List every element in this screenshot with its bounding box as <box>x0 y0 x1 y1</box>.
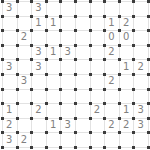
lattice-dot <box>132 0 135 3</box>
lattice-dot <box>103 58 106 61</box>
empty-cell-r6c2[interactable] <box>31 89 46 104</box>
lattice-dot <box>89 15 92 18</box>
lattice-dot <box>59 58 62 61</box>
empty-cell-r9c6[interactable] <box>90 132 105 147</box>
clue-digit: 1 <box>123 105 129 115</box>
clue-cell-r8c3[interactable]: 1 <box>46 118 61 133</box>
empty-cell-r2c4[interactable] <box>60 30 75 45</box>
clue-digit: 1 <box>108 18 114 28</box>
empty-cell-r6c6[interactable] <box>90 89 105 104</box>
clue-cell-r3c4[interactable]: 3 <box>60 45 75 60</box>
clue-cell-r1c7[interactable]: 1 <box>104 16 119 31</box>
empty-cell-r0c3[interactable] <box>46 1 61 16</box>
lattice-dot <box>16 102 19 105</box>
lattice-dot <box>89 29 92 32</box>
empty-cell-r5c9[interactable] <box>133 74 148 89</box>
clue-cell-r8c0[interactable]: 2 <box>2 118 17 133</box>
lattice-dot <box>30 29 33 32</box>
empty-cell-r9c2[interactable] <box>31 132 46 147</box>
clue-cell-r1c3[interactable]: 1 <box>46 16 61 31</box>
empty-cell-r5c0[interactable] <box>2 74 17 89</box>
lattice-dot <box>147 73 150 76</box>
clue-digit: 3 <box>65 120 71 130</box>
lattice-dot <box>16 0 19 3</box>
lattice-dot <box>103 131 106 134</box>
clue-digit: 0 <box>108 32 114 42</box>
clue-digit: 3 <box>35 47 41 57</box>
lattice-dot <box>132 73 135 76</box>
lattice-dot <box>89 117 92 120</box>
empty-cell-r9c4[interactable] <box>60 132 75 147</box>
lattice-dot <box>89 73 92 76</box>
lattice-dot <box>45 0 48 3</box>
clue-cell-r3c2[interactable]: 3 <box>31 45 46 60</box>
lattice-dot <box>16 146 19 149</box>
lattice-dot <box>74 88 77 91</box>
empty-cell-r7c7[interactable] <box>104 103 119 118</box>
clue-digit: 2 <box>108 47 114 57</box>
lattice-dot <box>103 117 106 120</box>
clue-cell-r5c7[interactable]: 2 <box>104 74 119 89</box>
lattice-dot <box>132 15 135 18</box>
empty-cell-r3c5[interactable] <box>75 45 90 60</box>
lattice-dot <box>118 44 121 47</box>
clue-cell-r4c9[interactable]: 2 <box>133 59 148 74</box>
lattice-dot <box>74 131 77 134</box>
empty-cell-r8c1[interactable] <box>17 118 32 133</box>
clue-cell-r3c3[interactable]: 1 <box>46 45 61 60</box>
lattice-dot <box>16 73 19 76</box>
lattice-dot <box>132 44 135 47</box>
empty-cell-r9c5[interactable] <box>75 132 90 147</box>
empty-cell-r6c1[interactable] <box>17 89 32 104</box>
lattice-dot <box>1 0 4 3</box>
lattice-dot <box>74 15 77 18</box>
empty-cell-r8c2[interactable] <box>31 118 46 133</box>
clue-cell-r2c7[interactable]: 0 <box>104 30 119 45</box>
empty-cell-r6c7[interactable] <box>104 89 119 104</box>
clue-digit: 1 <box>35 18 41 28</box>
clue-digit: 3 <box>35 62 41 72</box>
empty-cell-r1c5[interactable] <box>75 16 90 31</box>
clue-digit: 2 <box>6 120 12 130</box>
lattice-dot <box>103 88 106 91</box>
lattice-dot <box>30 102 33 105</box>
clue-cell-r9c1[interactable]: 2 <box>17 132 32 147</box>
empty-cell-r6c3[interactable] <box>46 89 61 104</box>
lattice-dot <box>59 131 62 134</box>
clue-digit: 3 <box>65 47 71 57</box>
lattice-dot <box>147 88 150 91</box>
empty-cell-r7c5[interactable] <box>75 103 90 118</box>
lattice-dot <box>74 73 77 76</box>
empty-cell-r0c7[interactable] <box>104 1 119 16</box>
empty-cell-r2c0[interactable] <box>2 30 17 45</box>
lattice-dot <box>147 58 150 61</box>
lattice-dot <box>103 29 106 32</box>
empty-cell-r6c9[interactable] <box>133 89 148 104</box>
lattice-dot <box>30 88 33 91</box>
lattice-dot <box>89 102 92 105</box>
empty-cell-r4c5[interactable] <box>75 59 90 74</box>
lattice-dot <box>1 88 4 91</box>
lattice-dot <box>1 15 4 18</box>
lattice-dot <box>30 131 33 134</box>
empty-cell-r7c1[interactable] <box>17 103 32 118</box>
lattice-dot <box>132 146 135 149</box>
clue-digit: 3 <box>138 105 144 115</box>
clue-digit: 1 <box>50 47 56 57</box>
lattice-dot <box>132 102 135 105</box>
clue-digit: 3 <box>35 3 41 13</box>
clue-cell-r4c8[interactable]: 1 <box>119 59 134 74</box>
lattice-dot <box>147 29 150 32</box>
lattice-dot <box>59 44 62 47</box>
empty-cell-r8c5[interactable] <box>75 118 90 133</box>
lattice-dot <box>45 44 48 47</box>
empty-cell-r3c6[interactable] <box>90 45 105 60</box>
clue-cell-r0c0[interactable]: 3 <box>2 1 17 16</box>
lattice-dot <box>89 0 92 3</box>
lattice-dot <box>30 58 33 61</box>
lattice-dot <box>16 44 19 47</box>
lattice-dot <box>118 0 121 3</box>
clue-cell-r1c8[interactable]: 2 <box>119 16 134 31</box>
empty-cell-r2c6[interactable] <box>90 30 105 45</box>
clue-digit: 1 <box>50 120 56 130</box>
lattice-dot <box>89 44 92 47</box>
empty-cell-r6c0[interactable] <box>2 89 17 104</box>
lattice-dot <box>103 0 106 3</box>
lattice-dot <box>45 73 48 76</box>
lattice-dot <box>132 117 135 120</box>
lattice-dot <box>118 102 121 105</box>
empty-cell-r3c9[interactable] <box>133 45 148 60</box>
lattice-dot <box>147 102 150 105</box>
clue-digit: 3 <box>6 62 12 72</box>
clue-cell-r9c0[interactable]: 3 <box>2 132 17 147</box>
lattice-dot <box>103 146 106 149</box>
lattice-dot <box>74 117 77 120</box>
lattice-dot <box>132 58 135 61</box>
empty-cell-r9c7[interactable] <box>104 132 119 147</box>
lattice-dot <box>103 73 106 76</box>
empty-cell-r5c2[interactable] <box>31 74 46 89</box>
clue-digit: 1 <box>123 62 129 72</box>
lattice-dot <box>16 29 19 32</box>
lattice-dot <box>132 88 135 91</box>
lattice-dot <box>147 15 150 18</box>
lattice-dot <box>118 58 121 61</box>
empty-cell-r5c6[interactable] <box>90 74 105 89</box>
lattice-dot <box>59 146 62 149</box>
clue-digit: 2 <box>21 135 27 145</box>
clue-digit: 2 <box>35 105 41 115</box>
lattice-dot <box>45 29 48 32</box>
lattice-dot <box>59 102 62 105</box>
clue-cell-r8c4[interactable]: 3 <box>60 118 75 133</box>
lattice-dot <box>147 44 150 47</box>
lattice-dot <box>16 88 19 91</box>
lattice-dot <box>59 88 62 91</box>
empty-cell-r9c3[interactable] <box>46 132 61 147</box>
lattice-dot <box>118 146 121 149</box>
empty-cell-r1c1[interactable] <box>17 16 32 31</box>
lattice-dot <box>132 131 135 134</box>
lattice-dot <box>30 73 33 76</box>
lattice-dot <box>1 131 4 134</box>
clue-digit: 2 <box>108 76 114 86</box>
lattice-dot <box>147 117 150 120</box>
empty-cell-r4c3[interactable] <box>46 59 61 74</box>
empty-cell-r6c8[interactable] <box>119 89 134 104</box>
empty-cell-r3c8[interactable] <box>119 45 134 60</box>
clue-cell-r8c9[interactable]: 3 <box>133 118 148 133</box>
clue-cell-r4c0[interactable]: 3 <box>2 59 17 74</box>
lattice-dot <box>16 15 19 18</box>
empty-cell-r7c3[interactable] <box>46 103 61 118</box>
lattice-dot <box>30 0 33 3</box>
empty-cell-r3c0[interactable] <box>2 45 17 60</box>
lattice-dot <box>16 131 19 134</box>
empty-cell-r0c5[interactable] <box>75 1 90 16</box>
lattice-dot <box>118 15 121 18</box>
empty-cell-r0c1[interactable] <box>17 1 32 16</box>
lattice-dot <box>30 117 33 120</box>
lattice-dot <box>118 117 121 120</box>
lattice-dot <box>147 131 150 134</box>
empty-cell-r3c1[interactable] <box>17 45 32 60</box>
lattice-dot <box>59 117 62 120</box>
lattice-dot <box>45 131 48 134</box>
lattice-dot <box>118 88 121 91</box>
lattice-dot <box>89 146 92 149</box>
clue-digit: 1 <box>50 18 56 28</box>
empty-cell-r2c9[interactable] <box>133 30 148 45</box>
lattice-dot <box>45 58 48 61</box>
clue-digit: 3 <box>138 120 144 130</box>
empty-cell-r9c8[interactable] <box>119 132 134 147</box>
lattice-dot <box>103 102 106 105</box>
lattice-dot <box>89 131 92 134</box>
clue-cell-r4c2[interactable]: 3 <box>31 59 46 74</box>
empty-cell-r8c6[interactable] <box>90 118 105 133</box>
clue-cell-r7c2[interactable]: 2 <box>31 103 46 118</box>
clue-digit: 3 <box>6 135 12 145</box>
clue-cell-r5c1[interactable]: 3 <box>17 74 32 89</box>
lattice-dot <box>118 131 121 134</box>
empty-cell-r0c4[interactable] <box>60 1 75 16</box>
empty-cell-r2c3[interactable] <box>46 30 61 45</box>
empty-cell-r2c5[interactable] <box>75 30 90 45</box>
clue-digit: 2 <box>108 120 114 130</box>
clue-cell-r1c2[interactable]: 1 <box>31 16 46 31</box>
empty-cell-r6c4[interactable] <box>60 89 75 104</box>
lattice-dot <box>74 0 77 3</box>
lattice-dot <box>45 102 48 105</box>
lattice-dot <box>59 73 62 76</box>
empty-cell-r1c9[interactable] <box>133 16 148 31</box>
clue-cell-r8c7[interactable]: 2 <box>104 118 119 133</box>
lattice-dot <box>118 73 121 76</box>
clue-cell-r3c7[interactable]: 2 <box>104 45 119 60</box>
lattice-dot <box>45 146 48 149</box>
empty-cell-r9c9[interactable] <box>133 132 148 147</box>
lattice-dot <box>59 15 62 18</box>
clue-digit: 2 <box>123 120 129 130</box>
lattice-dot <box>16 58 19 61</box>
clue-cell-r7c0[interactable]: 1 <box>2 103 17 118</box>
empty-cell-r4c6[interactable] <box>90 59 105 74</box>
empty-cell-r0c9[interactable] <box>133 1 148 16</box>
empty-cell-r2c2[interactable] <box>31 30 46 45</box>
empty-cell-r1c4[interactable] <box>60 16 75 31</box>
lattice-dot <box>74 44 77 47</box>
clue-cell-r8c8[interactable]: 2 <box>119 118 134 133</box>
lattice-dot <box>30 146 33 149</box>
clue-cell-r2c1[interactable]: 2 <box>17 30 32 45</box>
empty-cell-r5c3[interactable] <box>46 74 61 89</box>
lattice-dot <box>74 102 77 105</box>
slitherlink-board: 33111220031323312321221321322332 <box>2 1 149 148</box>
lattice-dot <box>89 58 92 61</box>
empty-cell-r1c6[interactable] <box>90 16 105 31</box>
lattice-dot <box>30 44 33 47</box>
clue-digit: 2 <box>123 18 129 28</box>
clue-cell-r0c2[interactable]: 3 <box>31 1 46 16</box>
empty-cell-r5c4[interactable] <box>60 74 75 89</box>
lattice-dot <box>74 146 77 149</box>
lattice-dot <box>103 44 106 47</box>
clue-cell-r7c8[interactable]: 1 <box>119 103 134 118</box>
lattice-dot <box>103 15 106 18</box>
lattice-dot <box>59 0 62 3</box>
clue-digit: 3 <box>21 76 27 86</box>
lattice-dot <box>59 29 62 32</box>
lattice-dot <box>1 117 4 120</box>
clue-digit: 2 <box>138 62 144 72</box>
empty-cell-r5c8[interactable] <box>119 74 134 89</box>
lattice-dot <box>74 58 77 61</box>
empty-cell-r0c6[interactable] <box>90 1 105 16</box>
empty-cell-r4c4[interactable] <box>60 59 75 74</box>
lattice-dot <box>16 117 19 120</box>
lattice-dot <box>132 29 135 32</box>
clue-digit: 2 <box>21 32 27 42</box>
empty-cell-r6c5[interactable] <box>75 89 90 104</box>
lattice-dot <box>45 117 48 120</box>
lattice-dot <box>45 15 48 18</box>
empty-cell-r0c8[interactable] <box>119 1 134 16</box>
lattice-dot <box>1 44 4 47</box>
lattice-dot <box>1 102 4 105</box>
lattice-dot <box>1 73 4 76</box>
lattice-dot <box>1 146 4 149</box>
lattice-dot <box>1 29 4 32</box>
lattice-dot <box>89 88 92 91</box>
lattice-dot <box>147 0 150 3</box>
lattice-dot <box>118 29 121 32</box>
lattice-dot <box>74 29 77 32</box>
empty-cell-r7c4[interactable] <box>60 103 75 118</box>
empty-cell-r1c0[interactable] <box>2 16 17 31</box>
empty-cell-r4c1[interactable] <box>17 59 32 74</box>
clue-cell-r7c6[interactable]: 2 <box>90 103 105 118</box>
lattice-dot <box>1 58 4 61</box>
clue-cell-r7c9[interactable]: 3 <box>133 103 148 118</box>
empty-cell-r5c5[interactable] <box>75 74 90 89</box>
lattice-dot <box>30 15 33 18</box>
clue-digit: 3 <box>6 3 12 13</box>
clue-digit: 1 <box>6 105 12 115</box>
clue-cell-r2c8[interactable]: 0 <box>119 30 134 45</box>
clue-digit: 0 <box>123 32 129 42</box>
lattice-dot <box>45 88 48 91</box>
empty-cell-r4c7[interactable] <box>104 59 119 74</box>
clue-digit: 2 <box>94 105 100 115</box>
lattice-dot <box>147 146 150 149</box>
